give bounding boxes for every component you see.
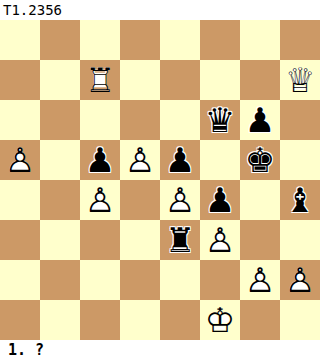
square-h3[interactable] xyxy=(280,220,320,260)
square-b2[interactable] xyxy=(40,260,80,300)
white-pawn-outline: ♙ xyxy=(80,180,120,220)
white-king-outline: ♔ xyxy=(200,300,240,340)
square-c6[interactable] xyxy=(80,100,120,140)
square-g2[interactable]: ♟♙ xyxy=(240,260,280,300)
black-king[interactable]: ♚ xyxy=(240,140,280,180)
square-a5[interactable]: ♟♙ xyxy=(0,140,40,180)
white-pawn[interactable]: ♟♙ xyxy=(120,140,160,180)
square-d2[interactable] xyxy=(120,260,160,300)
black-pawn[interactable]: ♟ xyxy=(240,100,280,140)
square-a1[interactable] xyxy=(0,300,40,340)
chess-board: ♜♖♛♕♛♟♟♙♟♟♙♟♚♟♙♟♙♟♝♜♟♙♟♙♟♙♚♔ xyxy=(0,20,320,340)
square-e7[interactable] xyxy=(160,60,200,100)
black-rook-glyph: ♜ xyxy=(160,220,200,260)
header-bar: T1.2356 xyxy=(0,0,320,20)
diagram-title: T1.2356 xyxy=(3,2,62,18)
square-g6[interactable]: ♟ xyxy=(240,100,280,140)
square-b8[interactable] xyxy=(40,20,80,60)
black-pawn-glyph: ♟ xyxy=(80,140,120,180)
square-e6[interactable] xyxy=(160,100,200,140)
square-d5[interactable]: ♟♙ xyxy=(120,140,160,180)
black-pawn-glyph: ♟ xyxy=(200,180,240,220)
square-a7[interactable] xyxy=(0,60,40,100)
square-f8[interactable] xyxy=(200,20,240,60)
square-h6[interactable] xyxy=(280,100,320,140)
black-pawn-glyph: ♟ xyxy=(160,140,200,180)
white-pawn-outline: ♙ xyxy=(120,140,160,180)
square-a4[interactable] xyxy=(0,180,40,220)
square-b1[interactable] xyxy=(40,300,80,340)
white-king[interactable]: ♚♔ xyxy=(200,300,240,340)
square-b6[interactable] xyxy=(40,100,80,140)
square-c7[interactable]: ♜♖ xyxy=(80,60,120,100)
square-g7[interactable] xyxy=(240,60,280,100)
square-c4[interactable]: ♟♙ xyxy=(80,180,120,220)
square-e1[interactable] xyxy=(160,300,200,340)
black-king-glyph: ♚ xyxy=(240,140,280,180)
black-bishop[interactable]: ♝ xyxy=(280,180,320,220)
white-pawn-outline: ♙ xyxy=(200,220,240,260)
black-pawn[interactable]: ♟ xyxy=(160,140,200,180)
black-bishop-glyph: ♝ xyxy=(280,180,320,220)
square-h8[interactable] xyxy=(280,20,320,60)
square-c1[interactable] xyxy=(80,300,120,340)
square-h7[interactable]: ♛♕ xyxy=(280,60,320,100)
white-pawn-outline: ♙ xyxy=(280,260,320,300)
square-f2[interactable] xyxy=(200,260,240,300)
square-h5[interactable] xyxy=(280,140,320,180)
square-g5[interactable]: ♚ xyxy=(240,140,280,180)
square-d1[interactable] xyxy=(120,300,160,340)
square-d3[interactable] xyxy=(120,220,160,260)
square-e8[interactable] xyxy=(160,20,200,60)
footer-bar: 1. ? xyxy=(0,340,320,360)
square-e3[interactable]: ♜ xyxy=(160,220,200,260)
square-b5[interactable] xyxy=(40,140,80,180)
white-pawn[interactable]: ♟♙ xyxy=(280,260,320,300)
white-rook[interactable]: ♜♖ xyxy=(80,60,120,100)
square-h2[interactable]: ♟♙ xyxy=(280,260,320,300)
black-queen-glyph: ♛ xyxy=(200,100,240,140)
square-f4[interactable]: ♟ xyxy=(200,180,240,220)
square-d4[interactable] xyxy=(120,180,160,220)
white-rook-outline: ♖ xyxy=(80,60,120,100)
square-f7[interactable] xyxy=(200,60,240,100)
square-h1[interactable] xyxy=(280,300,320,340)
white-pawn[interactable]: ♟♙ xyxy=(240,260,280,300)
white-pawn[interactable]: ♟♙ xyxy=(0,140,40,180)
square-f1[interactable]: ♚♔ xyxy=(200,300,240,340)
square-f6[interactable]: ♛ xyxy=(200,100,240,140)
black-rook[interactable]: ♜ xyxy=(160,220,200,260)
black-queen[interactable]: ♛ xyxy=(200,100,240,140)
square-d7[interactable] xyxy=(120,60,160,100)
square-b7[interactable] xyxy=(40,60,80,100)
square-g8[interactable] xyxy=(240,20,280,60)
square-f3[interactable]: ♟♙ xyxy=(200,220,240,260)
square-g3[interactable] xyxy=(240,220,280,260)
square-d8[interactable] xyxy=(120,20,160,60)
square-a3[interactable] xyxy=(0,220,40,260)
square-a2[interactable] xyxy=(0,260,40,300)
square-c5[interactable]: ♟ xyxy=(80,140,120,180)
square-c8[interactable] xyxy=(80,20,120,60)
white-pawn[interactable]: ♟♙ xyxy=(200,220,240,260)
square-b4[interactable] xyxy=(40,180,80,220)
black-pawn-glyph: ♟ xyxy=(240,100,280,140)
square-f5[interactable] xyxy=(200,140,240,180)
white-pawn-outline: ♙ xyxy=(160,180,200,220)
square-c2[interactable] xyxy=(80,260,120,300)
white-pawn[interactable]: ♟♙ xyxy=(80,180,120,220)
square-a8[interactable] xyxy=(0,20,40,60)
square-b3[interactable] xyxy=(40,220,80,260)
black-pawn[interactable]: ♟ xyxy=(80,140,120,180)
square-e4[interactable]: ♟♙ xyxy=(160,180,200,220)
square-c3[interactable] xyxy=(80,220,120,260)
white-pawn-outline: ♙ xyxy=(240,260,280,300)
white-pawn[interactable]: ♟♙ xyxy=(160,180,200,220)
square-h4[interactable]: ♝ xyxy=(280,180,320,220)
white-queen[interactable]: ♛♕ xyxy=(280,60,320,100)
square-g4[interactable] xyxy=(240,180,280,220)
square-e2[interactable] xyxy=(160,260,200,300)
move-prompt: 1. ? xyxy=(8,341,44,359)
square-g1[interactable] xyxy=(240,300,280,340)
black-pawn[interactable]: ♟ xyxy=(200,180,240,220)
square-d6[interactable] xyxy=(120,100,160,140)
white-queen-outline: ♕ xyxy=(280,60,320,100)
white-pawn-outline: ♙ xyxy=(0,140,40,180)
square-a6[interactable] xyxy=(0,100,40,140)
square-e5[interactable]: ♟ xyxy=(160,140,200,180)
